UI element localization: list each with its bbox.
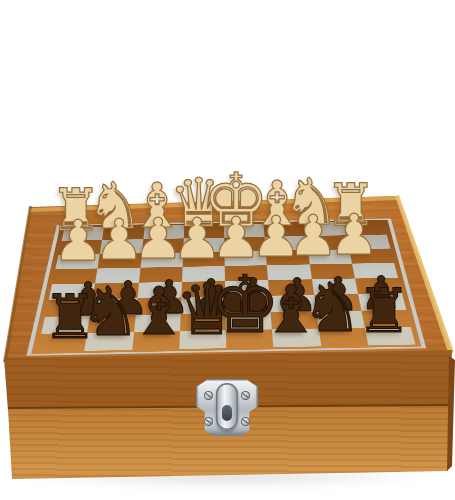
clasp-latch: [196, 379, 258, 436]
clasp-screw-icon: [241, 391, 250, 400]
clasp-screw-icon: [204, 391, 213, 400]
chess-piece-black-knight: ♞: [302, 276, 363, 341]
clasp-screw-icon: [204, 417, 213, 426]
chess-piece-white-pawn: ♟: [329, 208, 379, 261]
clasp-tongue-hole: [222, 405, 232, 421]
clasp-screw-icon: [241, 417, 250, 426]
chess-piece-black-rook: ♜: [357, 282, 412, 340]
chess-box-photo: ♜♞♝♛♚♝♞♜♟♟♟♟♟♟♟♟♟♟♟♟♟♟♟♟♜♞♝♛♚♝♞♜: [0, 0, 455, 500]
